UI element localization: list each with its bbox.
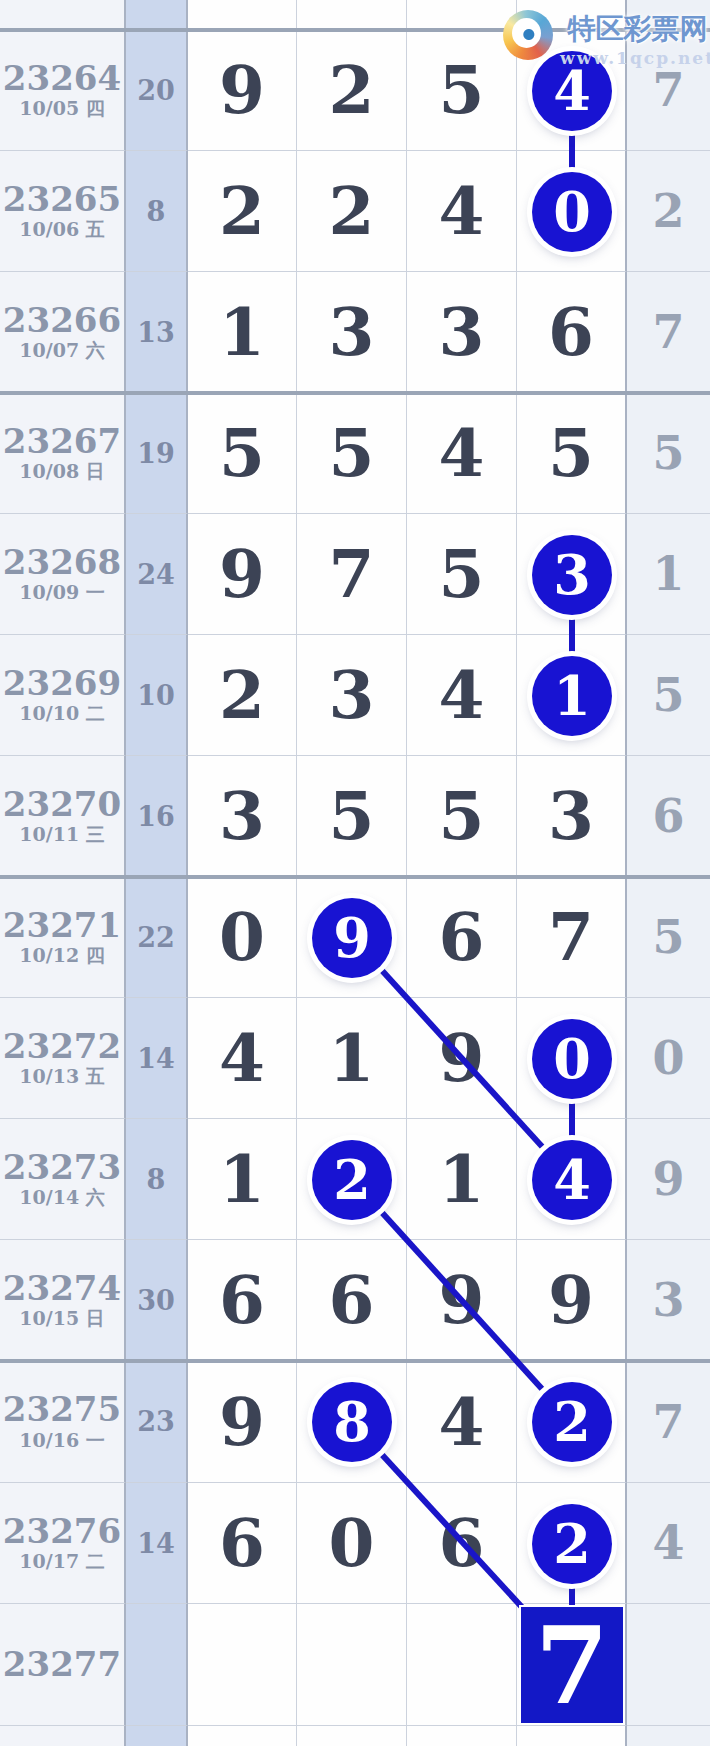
digit-cell-23265-2: 2 (297, 151, 407, 272)
draw-date: 10/11 三 (19, 823, 104, 846)
fifth-cell-23277 (627, 1604, 710, 1726)
digit-cell-23270-2: 5 (297, 756, 407, 877)
issue-cell-23274: 2327410/15 日 (0, 1240, 126, 1361)
digit-cell-23275-3: 4 (407, 1361, 517, 1483)
digit-cell-23271-4: 7 (517, 877, 627, 998)
issue-cell-23277: 23277 (0, 1604, 126, 1726)
trend-chart-page: 2326410/05 四2092572326510/06 五8224223266… (0, 0, 710, 1746)
draw-date: 10/15 日 (19, 1307, 104, 1330)
digit-cell-23266-4: 6 (517, 272, 627, 393)
fifth-cell-23276: 4 (627, 1483, 710, 1604)
highlight-ball-23276-4: 2 (532, 1504, 612, 1584)
digit-cell-23266-3: 3 (407, 272, 517, 393)
draw-date: 10/13 五 (19, 1065, 104, 1088)
partial-issue-cell (0, 1726, 126, 1746)
issue-number: 23277 (3, 1646, 121, 1683)
digit-cell-23277-2 (297, 1604, 407, 1726)
digit-cell-23265-1: 2 (188, 151, 297, 272)
issue-number: 23276 (3, 1513, 121, 1550)
sum-cell-23271: 22 (126, 877, 188, 998)
draw-date: 10/07 六 (19, 339, 104, 362)
digit-cell-23274-1: 6 (188, 1240, 297, 1361)
draw-date: 10/08 日 (19, 460, 104, 483)
sum-cell-23270: 16 (126, 756, 188, 877)
issue-number: 23269 (3, 665, 121, 702)
digit-cell-23274-2: 6 (297, 1240, 407, 1361)
digit-cell-23270-1: 3 (188, 756, 297, 877)
draw-date: 10/14 六 (19, 1186, 104, 1209)
next-draw-square: 7 (521, 1607, 623, 1723)
issue-number: 23264 (3, 60, 121, 97)
fifth-cell-23272: 0 (627, 998, 710, 1119)
fifth-cell-23268: 1 (627, 514, 710, 635)
highlight-ball-23269-4: 1 (532, 656, 612, 736)
sum-cell-23268: 24 (126, 514, 188, 635)
digit-cell-23271-1: 0 (188, 877, 297, 998)
partial-digit-cell (407, 1726, 517, 1746)
digit-cell-23274-4: 9 (517, 1240, 627, 1361)
partial-sum-cell (126, 0, 188, 30)
draw-date: 10/09 一 (19, 581, 104, 604)
sum-cell-23266: 13 (126, 272, 188, 393)
digit-cell-23264-3: 5 (407, 30, 517, 151)
digit-cell-23275-1: 9 (188, 1361, 297, 1483)
issue-cell-23264: 2326410/05 四 (0, 30, 126, 151)
highlight-ball-23265-4: 0 (532, 172, 612, 252)
issue-number: 23274 (3, 1270, 121, 1307)
partial-fifth-cell (627, 1726, 710, 1746)
sum-cell-23265: 8 (126, 151, 188, 272)
draw-date: 10/17 二 (19, 1550, 104, 1573)
site-brand: 特区彩票网 www.1qcp.net (560, 10, 710, 68)
issue-cell-23273: 2327310/14 六 (0, 1119, 126, 1240)
sum-cell-23272: 14 (126, 998, 188, 1119)
digit-cell-23267-3: 4 (407, 393, 517, 514)
digit-cell-23276-3: 6 (407, 1483, 517, 1604)
issue-number: 23266 (3, 302, 121, 339)
partial-digit-cell (297, 0, 407, 30)
fifth-cell-23273: 9 (627, 1119, 710, 1240)
site-watermark: www.1qcp.net (560, 48, 710, 68)
digit-cell-23270-3: 5 (407, 756, 517, 877)
digit-cell-23271-3: 6 (407, 877, 517, 998)
digit-cell-23268-3: 5 (407, 514, 517, 635)
issue-cell-23276: 2327610/17 二 (0, 1483, 126, 1604)
draw-date: 10/06 五 (19, 218, 104, 241)
digit-cell-23267-1: 5 (188, 393, 297, 514)
sum-cell-23273: 8 (126, 1119, 188, 1240)
draw-date: 10/16 一 (19, 1429, 104, 1452)
issue-cell-23271: 2327110/12 四 (0, 877, 126, 998)
fifth-cell-23275: 7 (627, 1361, 710, 1483)
issue-number: 23270 (3, 786, 121, 823)
issue-number: 23275 (3, 1391, 121, 1428)
digit-cell-23266-1: 1 (188, 272, 297, 393)
partial-digit-cell (188, 1726, 297, 1746)
digit-cell-23264-2: 2 (297, 30, 407, 151)
site-name: 特区彩票网 (568, 10, 708, 48)
sum-cell-23264: 20 (126, 30, 188, 151)
digit-cell-23274-3: 9 (407, 1240, 517, 1361)
fifth-cell-23271: 5 (627, 877, 710, 998)
digit-cell-23267-4: 5 (517, 393, 627, 514)
fifth-cell-23265: 2 (627, 151, 710, 272)
issue-number: 23272 (3, 1028, 121, 1065)
digit-cell-23272-2: 1 (297, 998, 407, 1119)
sum-cell-23275: 23 (126, 1361, 188, 1483)
highlight-ball-23271-2: 9 (312, 898, 392, 978)
group-separator-line (0, 1359, 710, 1363)
issue-cell-23270: 2327010/11 三 (0, 756, 126, 877)
highlight-ball-23275-4: 2 (532, 1382, 612, 1462)
issue-number: 23271 (3, 907, 121, 944)
fifth-cell-23274: 3 (627, 1240, 710, 1361)
issue-cell-23266: 2326610/07 六 (0, 272, 126, 393)
issue-cell-23265: 2326510/06 五 (0, 151, 126, 272)
issue-number: 23265 (3, 181, 121, 218)
partial-issue-cell (0, 0, 126, 30)
draw-date: 10/10 二 (19, 702, 104, 725)
digit-cell-23273-1: 1 (188, 1119, 297, 1240)
fifth-cell-23266: 7 (627, 272, 710, 393)
sum-cell-23274: 30 (126, 1240, 188, 1361)
issue-cell-23275: 2327510/16 一 (0, 1361, 126, 1483)
fifth-cell-23269: 5 (627, 635, 710, 756)
digit-cell-23267-2: 5 (297, 393, 407, 514)
digit-cell-23269-3: 4 (407, 635, 517, 756)
site-logo[interactable]: 特区彩票网 www.1qcp.net (503, 10, 710, 68)
digit-cell-23270-4: 3 (517, 756, 627, 877)
highlight-ball-23273-4: 4 (532, 1140, 612, 1220)
highlight-ball-23268-4: 3 (532, 535, 612, 615)
fifth-cell-23267: 5 (627, 393, 710, 514)
digit-cell-23268-1: 9 (188, 514, 297, 635)
digit-cell-23273-3: 1 (407, 1119, 517, 1240)
issue-cell-23269: 2326910/10 二 (0, 635, 126, 756)
site-logo-swirl-icon (503, 10, 553, 60)
fifth-cell-23270: 6 (627, 756, 710, 877)
digit-cell-23276-2: 0 (297, 1483, 407, 1604)
digit-cell-23269-1: 2 (188, 635, 297, 756)
digit-cell-23266-2: 3 (297, 272, 407, 393)
highlight-ball-23272-4: 0 (532, 1019, 612, 1099)
highlight-ball-23275-2: 8 (312, 1382, 392, 1462)
digit-cell-23272-1: 4 (188, 998, 297, 1119)
group-separator-line (0, 391, 710, 395)
trend-chart-grid: 2326410/05 四2092572326510/06 五8224223266… (0, 0, 710, 1746)
digit-cell-23272-3: 9 (407, 998, 517, 1119)
group-separator-line (0, 875, 710, 879)
digit-cell-23265-3: 4 (407, 151, 517, 272)
sum-cell-23269: 10 (126, 635, 188, 756)
draw-date: 10/12 四 (19, 944, 104, 967)
digit-cell-23277-3 (407, 1604, 517, 1726)
issue-number: 23268 (3, 544, 121, 581)
partial-digit-cell (297, 1726, 407, 1746)
digit-cell-23268-2: 7 (297, 514, 407, 635)
issue-cell-23267: 2326710/08 日 (0, 393, 126, 514)
sum-cell-23276: 14 (126, 1483, 188, 1604)
partial-sum-cell (126, 1726, 188, 1746)
digit-cell-23276-1: 6 (188, 1483, 297, 1604)
draw-date: 10/05 四 (19, 97, 104, 120)
issue-cell-23272: 2327210/13 五 (0, 998, 126, 1119)
sum-cell-23267: 19 (126, 393, 188, 514)
issue-number: 23267 (3, 423, 121, 460)
digit-cell-23277-1 (188, 1604, 297, 1726)
digit-cell-23264-1: 9 (188, 30, 297, 151)
digit-cell-23269-2: 3 (297, 635, 407, 756)
partial-digit-cell (188, 0, 297, 30)
issue-cell-23268: 2326810/09 一 (0, 514, 126, 635)
highlight-ball-23273-2: 2 (312, 1140, 392, 1220)
partial-digit-cell (407, 0, 517, 30)
issue-number: 23273 (3, 1149, 121, 1186)
sum-cell-23277 (126, 1604, 188, 1726)
partial-digit-cell (517, 1726, 627, 1746)
